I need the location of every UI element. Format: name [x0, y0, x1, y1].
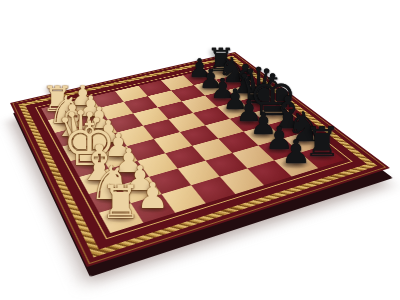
piece-black-pawn-h7[interactable]: ♟: [281, 137, 310, 170]
piece-white-rook-h1[interactable]: ♜: [100, 179, 141, 225]
pieces-layer: ♜♞♝♛♚♝♞♜♟♟♟♟♟♟♟♟♟♟♟♟♟♟♟♟♜♞♝♛♚♝♞♜: [0, 0, 400, 300]
piece-white-pawn-h2[interactable]: ♟: [137, 178, 169, 214]
chess-set-product-photo: ♜♞♝♛♚♝♞♜♟♟♟♟♟♟♟♟♟♟♟♟♟♟♟♟♜♞♝♛♚♝♞♜: [0, 0, 400, 300]
